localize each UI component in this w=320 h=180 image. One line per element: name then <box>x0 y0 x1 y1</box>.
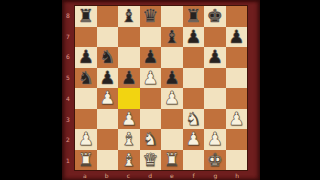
piece-white-pawn[interactable]: ♟ <box>207 130 223 148</box>
square-f5[interactable] <box>183 68 205 89</box>
square-e8[interactable] <box>161 6 183 27</box>
square-e4[interactable]: ♟ <box>161 88 183 109</box>
square-f2[interactable]: ♟ <box>183 129 205 150</box>
file-label-b: b <box>96 171 118 180</box>
square-e2[interactable] <box>161 129 183 150</box>
piece-white-pawn[interactable]: ♟ <box>99 89 115 107</box>
square-c8[interactable]: ♝ <box>118 6 140 27</box>
square-b7[interactable] <box>97 27 119 48</box>
square-g4[interactable] <box>204 88 226 109</box>
file-label-h: h <box>226 171 248 180</box>
square-d4[interactable] <box>140 88 162 109</box>
square-a7[interactable] <box>75 27 97 48</box>
square-b2[interactable] <box>97 129 119 150</box>
square-g3[interactable] <box>204 109 226 130</box>
square-h7[interactable]: ♟ <box>226 27 248 48</box>
square-d2[interactable]: ♞ <box>140 129 162 150</box>
square-a5[interactable]: ♞ <box>75 68 97 89</box>
letterbox-right <box>260 0 320 180</box>
file-label-g: g <box>205 171 227 180</box>
square-e6[interactable] <box>161 47 183 68</box>
square-h6[interactable] <box>226 47 248 68</box>
square-h2[interactable] <box>226 129 248 150</box>
piece-black-pawn[interactable]: ♟ <box>207 48 223 66</box>
square-b6[interactable]: ♞ <box>97 47 119 68</box>
square-g2[interactable]: ♟ <box>204 129 226 150</box>
piece-white-bishop[interactable]: ♝ <box>121 130 137 148</box>
square-g1[interactable]: ♚ <box>204 150 226 171</box>
square-b3[interactable] <box>97 109 119 130</box>
square-e3[interactable] <box>161 109 183 130</box>
rank-label-3: 3 <box>62 109 74 130</box>
square-a3[interactable] <box>75 109 97 130</box>
piece-white-king[interactable]: ♚ <box>207 151 223 169</box>
square-e1[interactable]: ♜ <box>161 150 183 171</box>
square-h8[interactable] <box>226 6 248 27</box>
piece-white-pawn[interactable]: ♟ <box>78 130 94 148</box>
square-g6[interactable]: ♟ <box>204 47 226 68</box>
rank-label-6: 6 <box>62 47 74 68</box>
piece-black-pawn[interactable]: ♟ <box>185 28 201 46</box>
piece-white-rook[interactable]: ♜ <box>164 151 180 169</box>
square-h1[interactable] <box>226 150 248 171</box>
file-label-f: f <box>183 171 205 180</box>
piece-black-rook[interactable]: ♜ <box>78 7 94 25</box>
square-e7[interactable]: ♝ <box>161 27 183 48</box>
square-h3[interactable]: ♟ <box>226 109 248 130</box>
square-c6[interactable] <box>118 47 140 68</box>
square-a2[interactable]: ♟ <box>75 129 97 150</box>
rank-label-4: 4 <box>62 88 74 109</box>
rank-label-1: 1 <box>62 150 74 171</box>
rank-label-5: 5 <box>62 67 74 88</box>
file-label-d: d <box>139 171 161 180</box>
piece-white-knight[interactable]: ♞ <box>142 130 158 148</box>
square-d1[interactable]: ♛ <box>140 150 162 171</box>
piece-white-bishop[interactable]: ♝ <box>121 151 137 169</box>
square-d5[interactable]: ♟ <box>140 68 162 89</box>
letterbox-left <box>0 0 62 180</box>
file-labels: abcdefgh <box>74 171 248 180</box>
piece-black-pawn[interactable]: ♟ <box>78 48 94 66</box>
square-f4[interactable] <box>183 88 205 109</box>
rank-label-7: 7 <box>62 26 74 47</box>
piece-black-queen[interactable]: ♛ <box>142 7 158 25</box>
square-g7[interactable] <box>204 27 226 48</box>
rank-label-2: 2 <box>62 130 74 151</box>
square-d6[interactable]: ♟ <box>140 47 162 68</box>
rank-label-8: 8 <box>62 5 74 26</box>
square-b8[interactable] <box>97 6 119 27</box>
square-d3[interactable] <box>140 109 162 130</box>
piece-black-pawn[interactable]: ♟ <box>228 28 244 46</box>
piece-white-pawn[interactable]: ♟ <box>121 110 137 128</box>
file-label-a: a <box>74 171 96 180</box>
piece-black-pawn[interactable]: ♟ <box>121 69 137 87</box>
square-d8[interactable]: ♛ <box>140 6 162 27</box>
square-e5[interactable]: ♟ <box>161 68 183 89</box>
piece-black-knight[interactable]: ♞ <box>99 48 115 66</box>
square-f1[interactable] <box>183 150 205 171</box>
square-b1[interactable] <box>97 150 119 171</box>
file-label-c: c <box>118 171 140 180</box>
square-f8[interactable]: ♜ <box>183 6 205 27</box>
square-b4[interactable]: ♟ <box>97 88 119 109</box>
square-b5[interactable]: ♟ <box>97 68 119 89</box>
piece-black-pawn[interactable]: ♟ <box>142 48 158 66</box>
square-g8[interactable]: ♚ <box>204 6 226 27</box>
piece-white-knight[interactable]: ♞ <box>185 110 201 128</box>
square-a1[interactable]: ♜ <box>75 150 97 171</box>
piece-white-pawn[interactable]: ♟ <box>228 110 244 128</box>
file-label-e: e <box>161 171 183 180</box>
board: ♜♝♛♜♚♝♟♟♟♞♟♟♞♟♟♟♟♟♟♟♞♟♟♝♞♟♟♜♝♛♜♚ <box>74 5 248 171</box>
piece-black-rook[interactable]: ♜ <box>185 7 201 25</box>
square-c3[interactable]: ♟ <box>118 109 140 130</box>
square-d7[interactable] <box>140 27 162 48</box>
piece-white-pawn[interactable]: ♟ <box>185 130 201 148</box>
square-a6[interactable]: ♟ <box>75 47 97 68</box>
piece-white-pawn[interactable]: ♟ <box>164 89 180 107</box>
square-f3[interactable]: ♞ <box>183 109 205 130</box>
piece-white-rook[interactable]: ♜ <box>78 151 94 169</box>
rank-labels: 87654321 <box>62 5 74 171</box>
square-c2[interactable]: ♝ <box>118 129 140 150</box>
square-c1[interactable]: ♝ <box>118 150 140 171</box>
piece-white-pawn[interactable]: ♟ <box>142 69 158 87</box>
square-c4[interactable] <box>118 88 140 109</box>
square-c7[interactable] <box>118 27 140 48</box>
piece-black-knight[interactable]: ♞ <box>78 69 94 87</box>
square-a4[interactable] <box>75 88 97 109</box>
square-c5[interactable]: ♟ <box>118 68 140 89</box>
square-a8[interactable]: ♜ <box>75 6 97 27</box>
piece-black-bishop[interactable]: ♝ <box>121 7 137 25</box>
square-g5[interactable] <box>204 68 226 89</box>
square-f6[interactable] <box>183 47 205 68</box>
video-frame: 87654321 ♜♝♛♜♚♝♟♟♟♞♟♟♞♟♟♟♟♟♟♟♞♟♟♝♞♟♟♜♝♛♜… <box>0 0 320 180</box>
square-h4[interactable] <box>226 88 248 109</box>
square-f7[interactable]: ♟ <box>183 27 205 48</box>
piece-black-pawn[interactable]: ♟ <box>164 69 180 87</box>
piece-white-queen[interactable]: ♛ <box>142 151 158 169</box>
piece-black-king[interactable]: ♚ <box>207 7 223 25</box>
square-h5[interactable] <box>226 68 248 89</box>
piece-black-bishop[interactable]: ♝ <box>164 28 180 46</box>
piece-black-pawn[interactable]: ♟ <box>99 69 115 87</box>
